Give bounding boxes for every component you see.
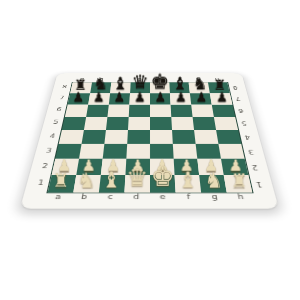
black-pawn[interactable]: ♟: [191, 90, 212, 103]
square-f4[interactable]: [172, 130, 196, 144]
square-e7[interactable]: ♟: [150, 93, 171, 104]
square-c4[interactable]: [104, 130, 128, 144]
black-pawn[interactable]: ♟: [150, 90, 171, 103]
file-label-g: g: [201, 193, 228, 202]
file-label-d: d: [123, 193, 149, 202]
photo-background: abcdefgh 87654321 ♜♞♝♛♚♝♞♜♟♟♟♟♟♟♟♟♟♟♟♟♟♟…: [0, 0, 300, 300]
square-h7[interactable]: ♟: [209, 93, 231, 104]
file-label-e: e: [149, 193, 175, 202]
square-b4[interactable]: [81, 130, 105, 144]
square-d5[interactable]: [128, 116, 150, 129]
white-knight[interactable]: ♞: [200, 170, 225, 191]
square-b1[interactable]: ♞: [73, 175, 101, 192]
square-f7[interactable]: ♟: [169, 93, 190, 104]
square-b6[interactable]: [86, 104, 109, 116]
file-labels-bottom: abcdefgh: [44, 193, 255, 202]
black-pawn[interactable]: ♟: [170, 90, 191, 103]
white-bishop[interactable]: ♝: [175, 168, 200, 190]
vinyl-chess-mat: abcdefgh 87654321 ♜♞♝♛♚♝♞♜♟♟♟♟♟♟♟♟♟♟♟♟♟♟…: [20, 73, 279, 208]
square-c5[interactable]: [106, 116, 129, 129]
square-e5[interactable]: [150, 116, 172, 129]
square-g7[interactable]: ♟: [189, 93, 211, 104]
white-queen[interactable]: ♛: [124, 166, 149, 190]
square-a6[interactable]: [64, 104, 87, 116]
square-d1[interactable]: ♛: [124, 175, 150, 192]
white-knight[interactable]: ♞: [73, 170, 98, 191]
square-e6[interactable]: [150, 104, 171, 116]
rank-label-right-7: 7: [230, 93, 245, 105]
black-pawn[interactable]: ♟: [88, 90, 109, 103]
file-label-b: b: [70, 193, 97, 202]
square-d6[interactable]: [128, 104, 149, 116]
square-b5[interactable]: [84, 116, 107, 129]
black-pawn[interactable]: ♟: [211, 90, 232, 103]
square-g1[interactable]: ♞: [199, 175, 226, 192]
board-perspective-wrapper: abcdefgh 87654321 ♜♞♝♛♚♝♞♜♟♟♟♟♟♟♟♟♟♟♟♟♟♟…: [20, 73, 279, 208]
file-label-h: h: [227, 193, 255, 202]
white-rook[interactable]: ♜: [48, 172, 73, 191]
coordinate-frame: abcdefgh 87654321 ♜♞♝♛♚♝♞♜♟♟♟♟♟♟♟♟♟♟♟♟♟♟…: [28, 77, 270, 202]
rank-label-right-4: 4: [239, 130, 256, 144]
rank-label-6: 6: [51, 104, 66, 116]
square-g5[interactable]: [192, 116, 215, 129]
square-d4[interactable]: [127, 130, 150, 144]
file-label-f: f: [175, 193, 202, 202]
white-king[interactable]: ♚: [149, 164, 174, 191]
black-pawn[interactable]: ♟: [67, 90, 88, 103]
square-a4[interactable]: [58, 130, 83, 144]
square-h5[interactable]: [213, 116, 237, 129]
square-f6[interactable]: [170, 104, 192, 116]
chess-board: ♜♞♝♛♚♝♞♜♟♟♟♟♟♟♟♟♟♟♟♟♟♟♟♟♜♞♝♛♚♝♞♜: [46, 82, 253, 193]
square-a7[interactable]: ♟: [67, 93, 90, 104]
square-a5[interactable]: [62, 116, 86, 129]
rank-label-right-6: 6: [233, 104, 248, 116]
square-a1[interactable]: ♜: [47, 175, 76, 192]
square-c1[interactable]: ♝: [98, 175, 125, 192]
square-b7[interactable]: ♟: [88, 93, 110, 104]
rank-label-right-5: 5: [236, 116, 252, 129]
square-f1[interactable]: ♝: [174, 175, 201, 192]
square-e4[interactable]: [149, 130, 172, 144]
file-label-c: c: [97, 193, 124, 202]
square-d7[interactable]: ♟: [129, 93, 150, 104]
square-e1[interactable]: ♚: [149, 175, 175, 192]
square-c6[interactable]: [107, 104, 129, 116]
square-c7[interactable]: ♟: [108, 93, 129, 104]
board-middle-row: 87654321 ♜♞♝♛♚♝♞♜♟♟♟♟♟♟♟♟♟♟♟♟♟♟♟♟♜♞♝♛♚♝♞…: [31, 82, 268, 193]
black-pawn[interactable]: ♟: [109, 90, 130, 103]
square-h4[interactable]: [216, 130, 241, 144]
square-g4[interactable]: [194, 130, 218, 144]
square-h1[interactable]: ♜: [223, 175, 251, 192]
square-g6[interactable]: [191, 104, 214, 116]
white-rook[interactable]: ♜: [226, 172, 251, 191]
file-label-a: a: [44, 193, 72, 202]
black-pawn[interactable]: ♟: [129, 90, 150, 103]
square-f5[interactable]: [171, 116, 194, 129]
rank-label-right-3: 3: [242, 144, 259, 159]
square-h6[interactable]: [211, 104, 234, 116]
white-bishop[interactable]: ♝: [99, 168, 124, 190]
